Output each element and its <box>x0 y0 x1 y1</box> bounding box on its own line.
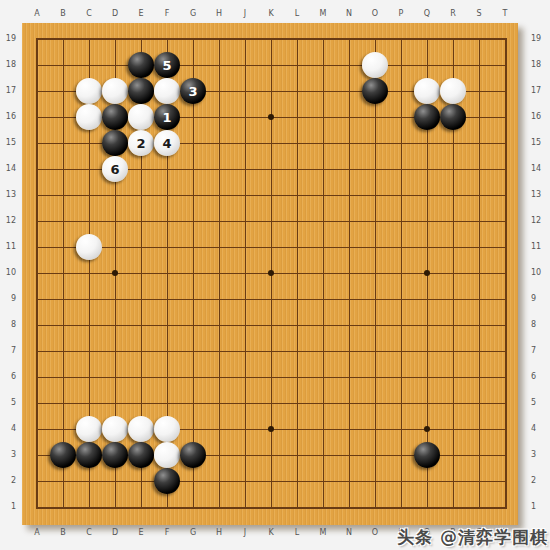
bottom-letter-H: H <box>216 528 222 538</box>
right-number-19: 19 <box>531 34 541 44</box>
top-letter-L: L <box>295 9 299 19</box>
black-stone-D3 <box>102 442 128 468</box>
black-stone-G3 <box>180 442 206 468</box>
left-number-11: 11 <box>2 242 16 252</box>
left-number-7: 7 <box>2 346 16 356</box>
black-stone-F18-move-5: 5 <box>154 52 180 78</box>
left-number-13: 13 <box>2 190 16 200</box>
white-stone-D17 <box>102 78 128 104</box>
white-stone-D14-move-6: 6 <box>102 156 128 182</box>
watermark-text: 头条 @清弈学围棋 <box>397 526 548 549</box>
right-number-7: 7 <box>531 346 536 356</box>
right-number-18: 18 <box>531 60 541 70</box>
top-letter-S: S <box>476 9 481 19</box>
board-grid: 531246 <box>37 39 506 508</box>
black-stone-Q3 <box>414 442 440 468</box>
left-number-17: 17 <box>2 86 16 96</box>
bottom-letter-E: E <box>138 528 143 538</box>
top-letter-J: J <box>244 9 246 19</box>
left-number-10: 10 <box>2 268 16 278</box>
star-point-K10 <box>268 270 274 276</box>
top-letter-R: R <box>450 9 456 19</box>
bottom-letter-J: J <box>244 528 246 538</box>
top-letter-K: K <box>268 9 273 19</box>
bottom-letter-K: K <box>268 528 273 538</box>
black-stone-B3 <box>50 442 76 468</box>
black-stone-D15 <box>102 130 128 156</box>
white-stone-F17 <box>154 78 180 104</box>
left-number-1: 1 <box>2 502 16 512</box>
left-number-9: 9 <box>2 294 16 304</box>
top-letter-B: B <box>60 9 66 19</box>
star-point-K16 <box>268 114 274 120</box>
left-number-6: 6 <box>2 372 16 382</box>
right-number-12: 12 <box>531 216 541 226</box>
black-stone-R16 <box>440 104 466 130</box>
top-letter-F: F <box>165 9 170 19</box>
white-stone-O18 <box>362 52 388 78</box>
right-number-2: 2 <box>531 476 536 486</box>
black-stone-E17 <box>128 78 154 104</box>
black-stone-F2 <box>154 468 180 494</box>
go-diagram-page: 531246 AABBCCDDEEFFGGHHJJKKLLMMNNOOPPQQR… <box>0 0 550 550</box>
bottom-letter-G: G <box>190 528 196 538</box>
bottom-letter-N: N <box>346 528 352 538</box>
left-number-12: 12 <box>2 216 16 226</box>
top-letter-A: A <box>34 9 39 19</box>
white-stone-C17 <box>76 78 102 104</box>
white-stone-C16 <box>76 104 102 130</box>
top-letter-N: N <box>346 9 352 19</box>
white-stone-E16 <box>128 104 154 130</box>
top-letter-G: G <box>190 9 196 19</box>
go-board: 531246 <box>22 23 518 525</box>
bottom-letter-M: M <box>320 528 327 538</box>
top-letter-O: O <box>372 9 378 19</box>
left-number-18: 18 <box>2 60 16 70</box>
right-number-5: 5 <box>531 398 536 408</box>
star-point-Q10 <box>424 270 430 276</box>
black-stone-Q16 <box>414 104 440 130</box>
white-stone-C11 <box>76 234 102 260</box>
black-stone-F16-move-1: 1 <box>154 104 180 130</box>
left-number-4: 4 <box>2 424 16 434</box>
white-stone-C4 <box>76 416 102 442</box>
black-stone-G17-move-3: 3 <box>180 78 206 104</box>
left-number-2: 2 <box>2 476 16 486</box>
top-letter-M: M <box>320 9 327 19</box>
left-number-14: 14 <box>2 164 16 174</box>
bottom-letter-C: C <box>86 528 92 538</box>
right-number-15: 15 <box>531 138 541 148</box>
black-stone-O17 <box>362 78 388 104</box>
right-number-6: 6 <box>531 372 536 382</box>
top-letter-C: C <box>86 9 92 19</box>
left-number-16: 16 <box>2 112 16 122</box>
white-stone-R17 <box>440 78 466 104</box>
right-number-8: 8 <box>531 320 536 330</box>
bottom-letter-O: O <box>372 528 378 538</box>
left-number-5: 5 <box>2 398 16 408</box>
bottom-letter-B: B <box>60 528 66 538</box>
right-number-17: 17 <box>531 86 541 96</box>
star-point-Q4 <box>424 426 430 432</box>
star-point-K4 <box>268 426 274 432</box>
black-stone-D16 <box>102 104 128 130</box>
right-number-4: 4 <box>531 424 536 434</box>
white-stone-D4 <box>102 416 128 442</box>
star-point-D10 <box>112 270 118 276</box>
right-number-1: 1 <box>531 502 536 512</box>
top-letter-D: D <box>112 9 118 19</box>
bottom-letter-L: L <box>295 528 299 538</box>
right-number-11: 11 <box>531 242 541 252</box>
top-letter-T: T <box>503 9 508 19</box>
left-number-8: 8 <box>2 320 16 330</box>
black-stone-E18 <box>128 52 154 78</box>
white-stone-F3 <box>154 442 180 468</box>
white-stone-F15-move-4: 4 <box>154 130 180 156</box>
right-number-14: 14 <box>531 164 541 174</box>
right-number-10: 10 <box>531 268 541 278</box>
white-stone-E15-move-2: 2 <box>128 130 154 156</box>
white-stone-Q17 <box>414 78 440 104</box>
top-letter-H: H <box>216 9 222 19</box>
white-stone-E4 <box>128 416 154 442</box>
bottom-letter-A: A <box>34 528 39 538</box>
top-letter-Q: Q <box>424 9 430 19</box>
right-number-9: 9 <box>531 294 536 304</box>
black-stone-E3 <box>128 442 154 468</box>
right-number-13: 13 <box>531 190 541 200</box>
left-number-3: 3 <box>2 450 16 460</box>
white-stone-F4 <box>154 416 180 442</box>
top-letter-P: P <box>399 9 404 19</box>
right-number-16: 16 <box>531 112 541 122</box>
left-number-15: 15 <box>2 138 16 148</box>
top-letter-E: E <box>138 9 143 19</box>
black-stone-C3 <box>76 442 102 468</box>
right-number-3: 3 <box>531 450 536 460</box>
bottom-letter-F: F <box>165 528 170 538</box>
bottom-letter-D: D <box>112 528 118 538</box>
left-number-19: 19 <box>2 34 16 44</box>
